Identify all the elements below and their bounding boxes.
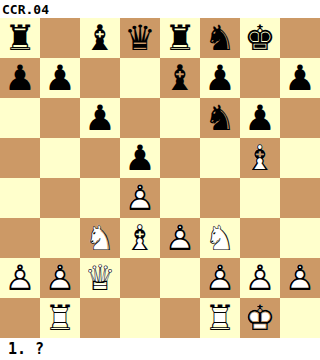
square-f5[interactable] (200, 138, 240, 178)
white-knight-piece: ♞♘ (80, 218, 120, 258)
piece-fill-layer: ♜ (0, 18, 40, 58)
piece-outline-layer: ♘ (200, 218, 240, 258)
piece-fill-layer: ♟ (280, 58, 320, 98)
square-c3[interactable]: ♞♘ (80, 218, 120, 258)
square-h2[interactable]: ♟♙ (280, 258, 320, 298)
square-g1[interactable]: ♚♔ (240, 298, 280, 338)
square-c1[interactable] (80, 298, 120, 338)
puzzle-id-label: CCR.04 (2, 2, 49, 17)
square-b7[interactable]: ♟ (40, 58, 80, 98)
square-g7[interactable] (240, 58, 280, 98)
white-pawn-piece: ♟♙ (120, 178, 160, 218)
piece-fill-layer: ♞ (200, 98, 240, 138)
square-f2[interactable]: ♟♙ (200, 258, 240, 298)
square-e7[interactable]: ♝ (160, 58, 200, 98)
white-pawn-piece: ♟♙ (240, 258, 280, 298)
piece-fill-layer: ♜ (160, 18, 200, 58)
black-pawn-piece: ♟ (40, 58, 80, 98)
white-rook-piece: ♜♖ (200, 298, 240, 338)
piece-outline-layer: ♙ (40, 258, 80, 298)
square-a2[interactable]: ♟♙ (0, 258, 40, 298)
black-bishop-piece: ♝ (80, 18, 120, 58)
square-g3[interactable] (240, 218, 280, 258)
square-c6[interactable]: ♟ (80, 98, 120, 138)
square-b8[interactable] (40, 18, 80, 58)
black-king-piece: ♚ (240, 18, 280, 58)
square-d2[interactable] (120, 258, 160, 298)
square-a7[interactable]: ♟ (0, 58, 40, 98)
piece-outline-layer: ♙ (0, 258, 40, 298)
square-d1[interactable] (120, 298, 160, 338)
square-d7[interactable] (120, 58, 160, 98)
piece-fill-layer: ♚ (240, 18, 280, 58)
square-b1[interactable]: ♜♖ (40, 298, 80, 338)
square-a1[interactable] (0, 298, 40, 338)
square-g5[interactable]: ♝♗ (240, 138, 280, 178)
piece-fill-layer: ♟ (80, 98, 120, 138)
square-f4[interactable] (200, 178, 240, 218)
black-knight-piece: ♞ (200, 98, 240, 138)
square-h6[interactable] (280, 98, 320, 138)
piece-fill-layer: ♝ (80, 18, 120, 58)
square-f8[interactable]: ♞ (200, 18, 240, 58)
chess-diagram-page: CCR.04 ♜♝♛♜♞♚♟♟♝♟♟♟♞♟♟♝♗♟♙♞♘♝♗♟♙♞♘♟♙♟♙♛♕… (0, 0, 320, 360)
square-d5[interactable]: ♟ (120, 138, 160, 178)
white-pawn-piece: ♟♙ (200, 258, 240, 298)
square-e3[interactable]: ♟♙ (160, 218, 200, 258)
white-rook-piece: ♜♖ (40, 298, 80, 338)
piece-fill-layer: ♞ (200, 18, 240, 58)
diagram-footer: 1. ? (0, 338, 320, 360)
white-king-piece: ♚♔ (240, 298, 280, 338)
square-a4[interactable] (0, 178, 40, 218)
square-e2[interactable] (160, 258, 200, 298)
square-e1[interactable] (160, 298, 200, 338)
square-f7[interactable]: ♟ (200, 58, 240, 98)
square-e6[interactable] (160, 98, 200, 138)
square-b6[interactable] (40, 98, 80, 138)
piece-fill-layer: ♟ (200, 58, 240, 98)
white-pawn-piece: ♟♙ (0, 258, 40, 298)
black-bishop-piece: ♝ (160, 58, 200, 98)
square-g8[interactable]: ♚ (240, 18, 280, 58)
diagram-header: CCR.04 (0, 0, 320, 18)
square-e5[interactable] (160, 138, 200, 178)
black-pawn-piece: ♟ (120, 138, 160, 178)
piece-outline-layer: ♙ (200, 258, 240, 298)
black-rook-piece: ♜ (0, 18, 40, 58)
square-d6[interactable] (120, 98, 160, 138)
square-d4[interactable]: ♟♙ (120, 178, 160, 218)
square-b4[interactable] (40, 178, 80, 218)
white-pawn-piece: ♟♙ (160, 218, 200, 258)
square-e4[interactable] (160, 178, 200, 218)
square-d8[interactable]: ♛ (120, 18, 160, 58)
piece-fill-layer: ♟ (120, 138, 160, 178)
move-prompt-label: 1. ? (8, 340, 44, 358)
piece-outline-layer: ♖ (200, 298, 240, 338)
piece-outline-layer: ♙ (120, 178, 160, 218)
white-knight-piece: ♞♘ (200, 218, 240, 258)
black-pawn-piece: ♟ (280, 58, 320, 98)
square-g6[interactable]: ♟ (240, 98, 280, 138)
square-c2[interactable]: ♛♕ (80, 258, 120, 298)
piece-outline-layer: ♔ (240, 298, 280, 338)
white-pawn-piece: ♟♙ (280, 258, 320, 298)
piece-outline-layer: ♙ (280, 258, 320, 298)
piece-outline-layer: ♙ (160, 218, 200, 258)
square-d3[interactable]: ♝♗ (120, 218, 160, 258)
square-g2[interactable]: ♟♙ (240, 258, 280, 298)
square-h7[interactable]: ♟ (280, 58, 320, 98)
piece-outline-layer: ♕ (80, 258, 120, 298)
piece-outline-layer: ♗ (120, 218, 160, 258)
square-a5[interactable] (0, 138, 40, 178)
white-bishop-piece: ♝♗ (240, 138, 280, 178)
piece-outline-layer: ♗ (240, 138, 280, 178)
white-pawn-piece: ♟♙ (40, 258, 80, 298)
square-g4[interactable] (240, 178, 280, 218)
black-pawn-piece: ♟ (200, 58, 240, 98)
square-c7[interactable] (80, 58, 120, 98)
square-h3[interactable] (280, 218, 320, 258)
square-c4[interactable] (80, 178, 120, 218)
square-f1[interactable]: ♜♖ (200, 298, 240, 338)
piece-outline-layer: ♘ (80, 218, 120, 258)
square-b2[interactable]: ♟♙ (40, 258, 80, 298)
square-h4[interactable] (280, 178, 320, 218)
square-h5[interactable] (280, 138, 320, 178)
black-queen-piece: ♛ (120, 18, 160, 58)
black-pawn-piece: ♟ (80, 98, 120, 138)
square-e8[interactable]: ♜ (160, 18, 200, 58)
square-a8[interactable]: ♜ (0, 18, 40, 58)
piece-fill-layer: ♟ (0, 58, 40, 98)
black-pawn-piece: ♟ (240, 98, 280, 138)
piece-fill-layer: ♝ (160, 58, 200, 98)
square-h1[interactable] (280, 298, 320, 338)
square-h8[interactable] (280, 18, 320, 58)
square-f6[interactable]: ♞ (200, 98, 240, 138)
chess-board: ♜♝♛♜♞♚♟♟♝♟♟♟♞♟♟♝♗♟♙♞♘♝♗♟♙♞♘♟♙♟♙♛♕♟♙♟♙♟♙♜… (0, 18, 320, 338)
piece-outline-layer: ♖ (40, 298, 80, 338)
black-knight-piece: ♞ (200, 18, 240, 58)
white-queen-piece: ♛♕ (80, 258, 120, 298)
piece-outline-layer: ♙ (240, 258, 280, 298)
black-pawn-piece: ♟ (0, 58, 40, 98)
square-c8[interactable]: ♝ (80, 18, 120, 58)
white-bishop-piece: ♝♗ (120, 218, 160, 258)
square-b3[interactable] (40, 218, 80, 258)
square-f3[interactable]: ♞♘ (200, 218, 240, 258)
square-a3[interactable] (0, 218, 40, 258)
piece-fill-layer: ♟ (240, 98, 280, 138)
square-b5[interactable] (40, 138, 80, 178)
piece-fill-layer: ♛ (120, 18, 160, 58)
black-rook-piece: ♜ (160, 18, 200, 58)
square-c5[interactable] (80, 138, 120, 178)
square-a6[interactable] (0, 98, 40, 138)
piece-fill-layer: ♟ (40, 58, 80, 98)
